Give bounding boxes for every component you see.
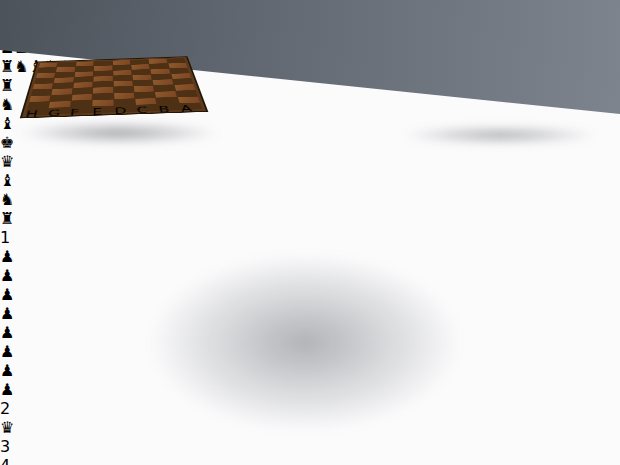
white-pawn: ♟ (0, 380, 14, 399)
white-knight: ♞ (0, 190, 14, 209)
closed-board-file-label: F (70, 107, 92, 114)
piece-anchor: ♟ (0, 285, 14, 304)
fallen-white-pawn: ♟ (0, 266, 14, 285)
white-pawn: ♟ (0, 285, 14, 304)
piece-anchor: ♚ (0, 133, 14, 152)
square-c1: ♝ (0, 171, 620, 190)
piece-anchor: ♞ (0, 190, 14, 209)
piece-anchor: ♟ (0, 323, 14, 342)
closed-board-file-label: G (48, 108, 70, 115)
white-bishop: ♝ (0, 114, 14, 133)
white-king: ♚ (0, 133, 14, 152)
closed-folding-board: HGFEDCBA (14, 46, 214, 140)
white-rook: ♜ (0, 209, 14, 228)
board-border: 4 (0, 456, 620, 465)
rank-label: 1 (0, 228, 10, 247)
piece-anchor: ♟ (0, 380, 14, 399)
white-pawn: ♟ (0, 342, 14, 361)
closed-board-file-label: D (114, 105, 135, 112)
white-knight: ♞ (0, 95, 14, 114)
black-queen: ♛ (0, 418, 14, 437)
white-pawn: ♟ (0, 361, 14, 380)
square-b1: ♞ (0, 190, 620, 209)
piece-anchor: ♟ (0, 266, 14, 285)
rank-label: 3 (0, 437, 10, 456)
closed-board-file-label: C (136, 105, 158, 112)
closed-board-file-label: H (26, 108, 49, 115)
piece-anchor: ♞ (0, 95, 14, 114)
piece-anchor: ♛ (0, 152, 14, 171)
product-photo-scene: HGFEDCBA ♟♟♟♟♟♟♟♟ ♜♞♝♛♚♝♞♜ ♟♟♟♟♟♟♟♟ ♜♞♝♛… (0, 0, 620, 465)
piece-anchor: ♟ (0, 361, 14, 380)
piece-anchor: ♟ (0, 304, 14, 323)
piece-anchor: ♝ (0, 171, 14, 190)
main-board-shadow (135, 245, 475, 440)
square-d1: ♛ (0, 152, 620, 171)
white-pawn: ♟ (0, 304, 14, 323)
open-box-shadow (400, 126, 600, 144)
closed-board-file-label: E (92, 106, 113, 113)
piece-anchor: ♜ (0, 209, 14, 228)
square-a1: ♜ (0, 209, 620, 228)
closed-board-file-label: A (179, 103, 202, 110)
white-pawn: ♟ (0, 323, 14, 342)
white-pawn: ♟ (0, 247, 14, 266)
piece-anchor: ♟ (0, 247, 14, 266)
closed-board-file-label: B (158, 104, 180, 111)
rank-label: 2 (0, 399, 10, 418)
piece-anchor: ♟ (0, 342, 14, 361)
piece-anchor: ♜ (0, 76, 14, 95)
piece-anchor: ♝ (0, 114, 14, 133)
stored-light-rook: ♜ (0, 57, 14, 76)
rank-label: 4 (0, 456, 10, 465)
piece-anchor: ♛ (0, 418, 14, 437)
closed-board-top-surface: HGFEDCBA (22, 57, 206, 117)
white-rook: ♜ (0, 76, 14, 95)
white-queen: ♛ (0, 152, 14, 171)
white-bishop: ♝ (0, 171, 14, 190)
